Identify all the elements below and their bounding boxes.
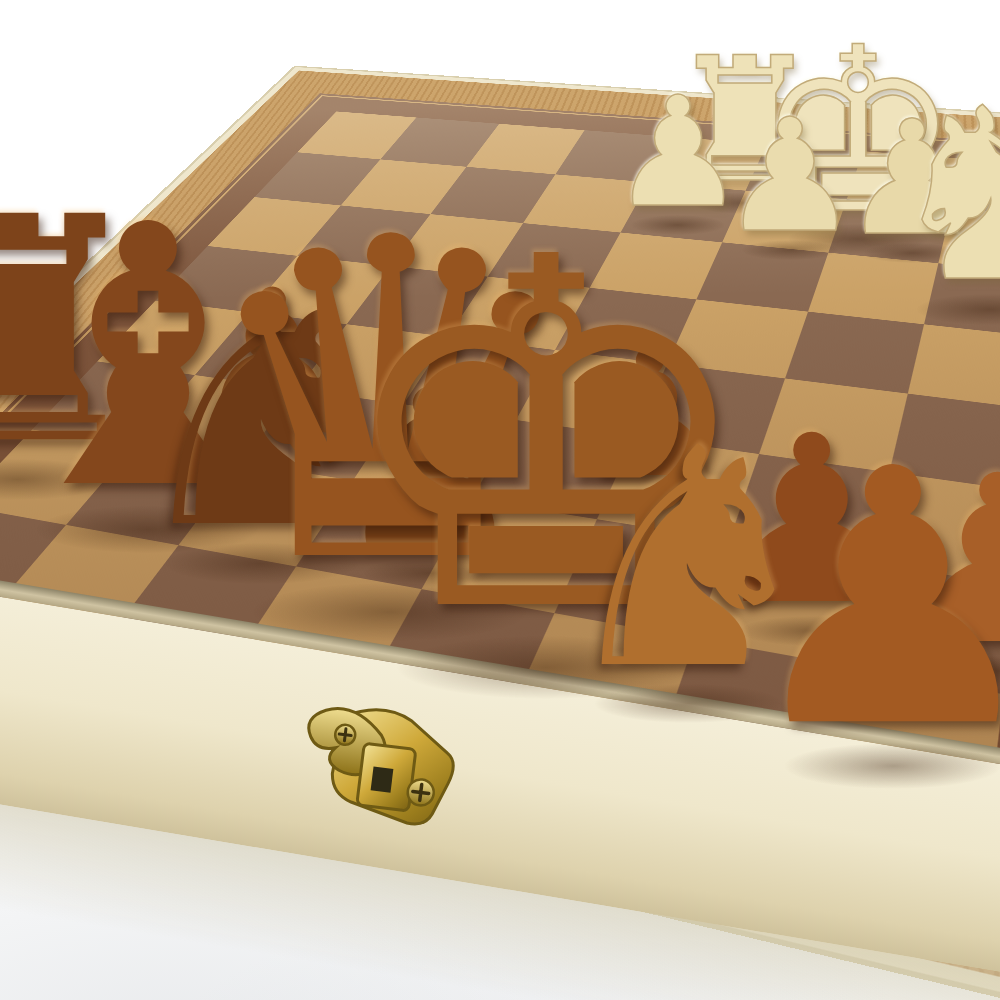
chess-set-photo: ♜♝♟♞♛♟♚♟♞♟♟♟♟♜♟♚♟♞ [0, 0, 1000, 1000]
board-square [846, 151, 963, 208]
board-square [745, 144, 862, 199]
brass-latch [269, 671, 487, 854]
